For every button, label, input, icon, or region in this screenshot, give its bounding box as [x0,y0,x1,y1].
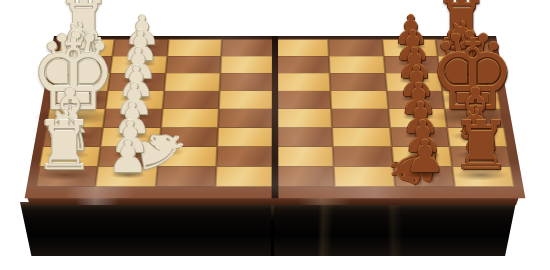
lacquered-case-base [20,202,516,256]
base-scuff-marks [20,202,516,256]
case-fold-seam [271,202,274,256]
board-gloss [25,36,526,198]
chess-board [25,36,526,198]
board-border-glint [25,187,526,199]
chess-set-photo: ♜♞♝♛♚♝♞♜♟♟♟♟♟♟♟♟♜♞♝♛♚♝♞♜♟♟♟♟♟♟♟♟♞♞ [0,0,550,270]
